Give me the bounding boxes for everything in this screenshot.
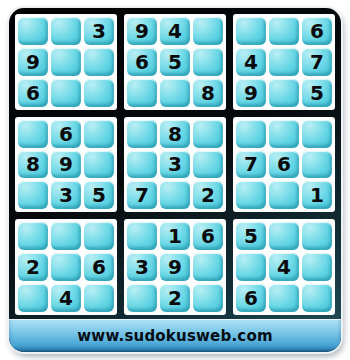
- sudoku-grid: 396946586479568935837276126416392546: [9, 8, 341, 319]
- sudoku-cell-r3c3[interactable]: [84, 79, 114, 107]
- sudoku-cell-r5c6[interactable]: [193, 151, 223, 179]
- sudoku-cell-r4c6[interactable]: [193, 120, 223, 148]
- sudoku-cell-r8c1[interactable]: 2: [18, 253, 48, 281]
- sudoku-cell-r2c4[interactable]: 6: [127, 48, 157, 76]
- sudoku-cell-r3c9[interactable]: 5: [302, 79, 332, 107]
- sudoku-cell-r5c2[interactable]: 9: [51, 151, 81, 179]
- sudoku-cell-r8c3[interactable]: 6: [84, 253, 114, 281]
- sudoku-cell-r3c8[interactable]: [269, 79, 299, 107]
- sudoku-cell-r9c5[interactable]: 2: [160, 284, 190, 312]
- sudoku-cell-r2c6[interactable]: [193, 48, 223, 76]
- sudoku-cell-r3c2[interactable]: [51, 79, 81, 107]
- sudoku-cell-r4c8[interactable]: [269, 120, 299, 148]
- sudoku-cell-r6c3[interactable]: 5: [84, 181, 114, 209]
- sudoku-cell-r3c6[interactable]: 8: [193, 79, 223, 107]
- sudoku-cell-r2c9[interactable]: 7: [302, 48, 332, 76]
- sudoku-cell-r7c7[interactable]: 5: [236, 222, 266, 250]
- sudoku-box: 761: [233, 117, 335, 213]
- sudoku-cell-r6c6[interactable]: 2: [193, 181, 223, 209]
- sudoku-cell-r9c6[interactable]: [193, 284, 223, 312]
- sudoku-cell-r3c5[interactable]: [160, 79, 190, 107]
- sudoku-cell-r1c1[interactable]: [18, 17, 48, 45]
- sudoku-cell-r5c3[interactable]: [84, 151, 114, 179]
- sudoku-cell-r1c5[interactable]: 4: [160, 17, 190, 45]
- sudoku-cell-r4c1[interactable]: [18, 120, 48, 148]
- sudoku-cell-r6c4[interactable]: 7: [127, 181, 157, 209]
- sudoku-cell-r4c7[interactable]: [236, 120, 266, 148]
- sudoku-cell-r8c2[interactable]: [51, 253, 81, 281]
- sudoku-box: 546: [233, 219, 335, 315]
- sudoku-cell-r2c5[interactable]: 5: [160, 48, 190, 76]
- sudoku-cell-r1c6[interactable]: [193, 17, 223, 45]
- sudoku-box: 8372: [124, 117, 226, 213]
- sudoku-cell-r8c7[interactable]: [236, 253, 266, 281]
- sudoku-cell-r7c4[interactable]: [127, 222, 157, 250]
- sudoku-box: 64795: [233, 14, 335, 110]
- sudoku-cell-r7c1[interactable]: [18, 222, 48, 250]
- sudoku-cell-r8c5[interactable]: 9: [160, 253, 190, 281]
- sudoku-cell-r3c1[interactable]: 6: [18, 79, 48, 107]
- sudoku-cell-r4c3[interactable]: [84, 120, 114, 148]
- sudoku-cell-r6c9[interactable]: 1: [302, 181, 332, 209]
- sudoku-cell-r5c8[interactable]: 6: [269, 151, 299, 179]
- sudoku-cell-r8c6[interactable]: [193, 253, 223, 281]
- sudoku-cell-r7c8[interactable]: [269, 222, 299, 250]
- sudoku-cell-r6c7[interactable]: [236, 181, 266, 209]
- sudoku-cell-r2c3[interactable]: [84, 48, 114, 76]
- sudoku-cell-r5c4[interactable]: [127, 151, 157, 179]
- sudoku-cell-r9c8[interactable]: [269, 284, 299, 312]
- sudoku-cell-r5c9[interactable]: [302, 151, 332, 179]
- sudoku-cell-r3c7[interactable]: 9: [236, 79, 266, 107]
- sudoku-cell-r7c5[interactable]: 1: [160, 222, 190, 250]
- sudoku-cell-r8c8[interactable]: 4: [269, 253, 299, 281]
- sudoku-cell-r1c9[interactable]: 6: [302, 17, 332, 45]
- sudoku-cell-r9c1[interactable]: [18, 284, 48, 312]
- sudoku-cell-r4c5[interactable]: 8: [160, 120, 190, 148]
- sudoku-cell-r6c5[interactable]: [160, 181, 190, 209]
- sudoku-cell-r9c3[interactable]: [84, 284, 114, 312]
- sudoku-cell-r1c2[interactable]: [51, 17, 81, 45]
- sudoku-cell-r5c1[interactable]: 8: [18, 151, 48, 179]
- sudoku-cell-r8c4[interactable]: 3: [127, 253, 157, 281]
- sudoku-box: 264: [15, 219, 117, 315]
- sudoku-cell-r7c9[interactable]: [302, 222, 332, 250]
- sudoku-cell-r2c7[interactable]: 4: [236, 48, 266, 76]
- sudoku-box: 16392: [124, 219, 226, 315]
- sudoku-cell-r4c4[interactable]: [127, 120, 157, 148]
- sudoku-board: 396946586479568935837276126416392546 www…: [9, 8, 341, 352]
- sudoku-cell-r3c4[interactable]: [127, 79, 157, 107]
- sudoku-cell-r9c2[interactable]: 4: [51, 284, 81, 312]
- sudoku-cell-r4c2[interactable]: 6: [51, 120, 81, 148]
- sudoku-cell-r8c9[interactable]: [302, 253, 332, 281]
- sudoku-cell-r7c6[interactable]: 6: [193, 222, 223, 250]
- sudoku-cell-r1c8[interactable]: [269, 17, 299, 45]
- sudoku-box: 94658: [124, 14, 226, 110]
- sudoku-cell-r5c7[interactable]: 7: [236, 151, 266, 179]
- sudoku-cell-r9c7[interactable]: 6: [236, 284, 266, 312]
- footer-bar: www.sudokusweb.com: [9, 319, 341, 352]
- sudoku-box: 68935: [15, 117, 117, 213]
- sudoku-cell-r9c4[interactable]: [127, 284, 157, 312]
- sudoku-cell-r1c3[interactable]: 3: [84, 17, 114, 45]
- sudoku-cell-r2c2[interactable]: [51, 48, 81, 76]
- sudoku-cell-r9c9[interactable]: [302, 284, 332, 312]
- sudoku-box: 396: [15, 14, 117, 110]
- sudoku-cell-r5c5[interactable]: 3: [160, 151, 190, 179]
- sudoku-cell-r6c1[interactable]: [18, 181, 48, 209]
- sudoku-cell-r1c4[interactable]: 9: [127, 17, 157, 45]
- sudoku-cell-r1c7[interactable]: [236, 17, 266, 45]
- sudoku-cell-r4c9[interactable]: [302, 120, 332, 148]
- sudoku-cell-r6c2[interactable]: 3: [51, 181, 81, 209]
- sudoku-cell-r7c3[interactable]: [84, 222, 114, 250]
- sudoku-cell-r2c8[interactable]: [269, 48, 299, 76]
- sudoku-cell-r2c1[interactable]: 9: [18, 48, 48, 76]
- website-url[interactable]: www.sudokusweb.com: [77, 327, 272, 345]
- sudoku-cell-r6c8[interactable]: [269, 181, 299, 209]
- sudoku-cell-r7c2[interactable]: [51, 222, 81, 250]
